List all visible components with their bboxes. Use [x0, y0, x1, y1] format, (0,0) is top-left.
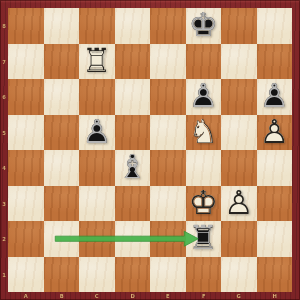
- square-f6[interactable]: ♟♙: [186, 79, 222, 115]
- chess-board: ♚♔♜♖♟♙♟♙♟♙♞♘♟♙♝♗♚♔♟♙♜♖ 87654321ABCDEFGH: [0, 0, 300, 300]
- square-b7[interactable]: [44, 44, 80, 80]
- square-h1[interactable]: [257, 257, 293, 293]
- file-label-a: A: [15, 294, 36, 299]
- square-b3[interactable]: [44, 186, 80, 222]
- piece-glyph-outline: ♖: [186, 220, 222, 256]
- square-d4[interactable]: ♝♗: [115, 150, 151, 186]
- piece-glyph-fill: ♝: [115, 149, 151, 185]
- piece-glyph-outline: ♔: [186, 7, 222, 43]
- square-g6[interactable]: [221, 79, 257, 115]
- square-a2[interactable]: [8, 221, 44, 257]
- square-a8[interactable]: [8, 8, 44, 44]
- piece-glyph-outline: ♖: [79, 43, 115, 79]
- piece-glyph-fill: ♜: [79, 43, 115, 79]
- square-b1[interactable]: [44, 257, 80, 293]
- square-h4[interactable]: [257, 150, 293, 186]
- piece-black-king[interactable]: ♚♔: [186, 8, 222, 44]
- piece-glyph-fill: ♜: [186, 220, 222, 256]
- square-e1[interactable]: [150, 257, 186, 293]
- piece-glyph-fill: ♟: [257, 78, 293, 114]
- piece-glyph-fill: ♟: [257, 114, 293, 150]
- rank-label-4: 4: [2, 157, 7, 178]
- square-e6[interactable]: [150, 79, 186, 115]
- file-label-g: G: [228, 294, 249, 299]
- piece-glyph-fill: ♟: [79, 114, 115, 150]
- square-d8[interactable]: [115, 8, 151, 44]
- square-c5[interactable]: ♟♙: [79, 115, 115, 151]
- square-g2[interactable]: [221, 221, 257, 257]
- square-a5[interactable]: [8, 115, 44, 151]
- rank-label-5: 5: [2, 122, 7, 143]
- square-b8[interactable]: [44, 8, 80, 44]
- square-d1[interactable]: [115, 257, 151, 293]
- square-h2[interactable]: [257, 221, 293, 257]
- square-c8[interactable]: [79, 8, 115, 44]
- rank-label-2: 2: [2, 228, 7, 249]
- file-label-c: C: [86, 294, 107, 299]
- piece-glyph-outline: ♙: [186, 78, 222, 114]
- square-e8[interactable]: [150, 8, 186, 44]
- square-d5[interactable]: [115, 115, 151, 151]
- file-label-d: D: [122, 294, 143, 299]
- piece-white-king[interactable]: ♚♔: [186, 186, 222, 222]
- piece-glyph-outline: ♗: [115, 149, 151, 185]
- square-g4[interactable]: [221, 150, 257, 186]
- file-label-f: F: [193, 294, 214, 299]
- file-label-b: B: [51, 294, 72, 299]
- piece-black-rook[interactable]: ♜♖: [186, 221, 222, 257]
- rank-label-8: 8: [2, 15, 7, 36]
- piece-black-bishop[interactable]: ♝♗: [115, 150, 151, 186]
- square-h3[interactable]: [257, 186, 293, 222]
- square-b2[interactable]: [44, 221, 80, 257]
- piece-black-pawn[interactable]: ♟♙: [186, 79, 222, 115]
- square-c4[interactable]: [79, 150, 115, 186]
- square-d6[interactable]: [115, 79, 151, 115]
- square-g3[interactable]: ♟♙: [221, 186, 257, 222]
- square-d3[interactable]: [115, 186, 151, 222]
- square-a7[interactable]: [8, 44, 44, 80]
- square-e5[interactable]: [150, 115, 186, 151]
- square-a3[interactable]: [8, 186, 44, 222]
- square-c1[interactable]: [79, 257, 115, 293]
- piece-glyph-fill: ♟: [186, 78, 222, 114]
- piece-white-pawn[interactable]: ♟♙: [221, 186, 257, 222]
- square-h5[interactable]: ♟♙: [257, 115, 293, 151]
- square-f4[interactable]: [186, 150, 222, 186]
- square-g5[interactable]: [221, 115, 257, 151]
- square-f1[interactable]: [186, 257, 222, 293]
- square-f5[interactable]: ♞♘: [186, 115, 222, 151]
- square-d7[interactable]: [115, 44, 151, 80]
- piece-glyph-fill: ♚: [186, 185, 222, 221]
- square-d2[interactable]: [115, 221, 151, 257]
- square-e2[interactable]: [150, 221, 186, 257]
- square-h6[interactable]: ♟♙: [257, 79, 293, 115]
- square-a6[interactable]: [8, 79, 44, 115]
- piece-black-pawn[interactable]: ♟♙: [79, 115, 115, 151]
- rank-label-3: 3: [2, 193, 7, 214]
- file-label-h: H: [264, 294, 285, 299]
- piece-glyph-outline: ♙: [79, 114, 115, 150]
- piece-glyph-outline: ♙: [221, 185, 257, 221]
- file-label-e: E: [157, 294, 178, 299]
- piece-glyph-fill: ♚: [186, 7, 222, 43]
- square-c3[interactable]: [79, 186, 115, 222]
- piece-glyph-outline: ♙: [257, 78, 293, 114]
- piece-black-pawn[interactable]: ♟♙: [257, 79, 293, 115]
- piece-glyph-fill: ♟: [221, 185, 257, 221]
- square-f3[interactable]: ♚♔: [186, 186, 222, 222]
- square-e3[interactable]: [150, 186, 186, 222]
- square-f7[interactable]: [186, 44, 222, 80]
- rank-label-6: 6: [2, 86, 7, 107]
- rank-label-7: 7: [2, 51, 7, 72]
- square-b5[interactable]: [44, 115, 80, 151]
- piece-glyph-outline: ♔: [186, 185, 222, 221]
- rank-label-1: 1: [2, 264, 7, 285]
- square-g1[interactable]: [221, 257, 257, 293]
- piece-white-knight[interactable]: ♞♘: [186, 115, 222, 151]
- piece-glyph-outline: ♘: [186, 114, 222, 150]
- piece-white-pawn[interactable]: ♟♙: [257, 115, 293, 151]
- square-c7[interactable]: ♜♖: [79, 44, 115, 80]
- square-e4[interactable]: [150, 150, 186, 186]
- square-b6[interactable]: [44, 79, 80, 115]
- piece-white-rook[interactable]: ♜♖: [79, 44, 115, 80]
- square-g8[interactable]: [221, 8, 257, 44]
- square-a4[interactable]: [8, 150, 44, 186]
- square-c6[interactable]: [79, 79, 115, 115]
- square-h7[interactable]: [257, 44, 293, 80]
- square-f2[interactable]: ♜♖: [186, 221, 222, 257]
- piece-glyph-fill: ♞: [186, 114, 222, 150]
- square-a1[interactable]: [8, 257, 44, 293]
- square-h8[interactable]: [257, 8, 293, 44]
- square-f8[interactable]: ♚♔: [186, 8, 222, 44]
- board-grid: ♚♔♜♖♟♙♟♙♟♙♞♘♟♙♝♗♚♔♟♙♜♖: [8, 8, 292, 292]
- square-g7[interactable]: [221, 44, 257, 80]
- square-e7[interactable]: [150, 44, 186, 80]
- square-b4[interactable]: [44, 150, 80, 186]
- piece-glyph-outline: ♙: [257, 114, 293, 150]
- square-c2[interactable]: [79, 221, 115, 257]
